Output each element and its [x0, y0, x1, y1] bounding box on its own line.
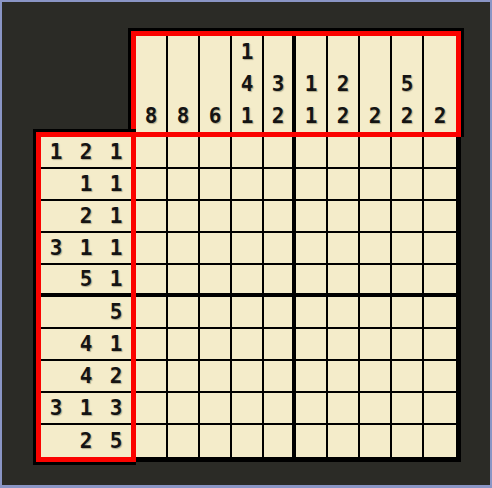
- grid-cell[interactable]: [136, 265, 168, 297]
- row-clue-9: 313: [41, 393, 131, 425]
- row-clue-1: 121: [41, 137, 131, 169]
- clue-number: 2: [272, 100, 285, 132]
- grid-cell[interactable]: [200, 425, 232, 457]
- grid-cell[interactable]: [200, 201, 232, 233]
- grid-cell[interactable]: [264, 137, 296, 169]
- grid-cell[interactable]: [296, 297, 328, 329]
- grid-cell[interactable]: [200, 361, 232, 393]
- grid-cell[interactable]: [360, 233, 392, 265]
- column-clues-panel: 8861413211222522: [128, 28, 464, 137]
- clue-number: 2: [71, 431, 101, 452]
- grid-cell[interactable]: [328, 393, 360, 425]
- column-clue-7: 22: [328, 36, 360, 132]
- grid-cell[interactable]: [424, 361, 456, 393]
- grid-cell[interactable]: [200, 137, 232, 169]
- clue-number: 1: [241, 36, 254, 68]
- grid-cell[interactable]: [264, 361, 296, 393]
- grid-cell[interactable]: [296, 265, 328, 297]
- grid-cell[interactable]: [136, 329, 168, 361]
- row-clues-panel: 1211121311515414231325: [33, 129, 136, 465]
- clue-number: 1: [71, 238, 101, 259]
- grid-cell[interactable]: [360, 393, 392, 425]
- grid-cell[interactable]: [424, 329, 456, 361]
- grid-cell[interactable]: [392, 233, 424, 265]
- grid-cell[interactable]: [392, 265, 424, 297]
- clue-number: 1: [41, 142, 71, 163]
- grid-cell[interactable]: [296, 361, 328, 393]
- grid-cell[interactable]: [200, 297, 232, 329]
- clue-number: 5: [101, 302, 131, 323]
- grid-cell[interactable]: [328, 361, 360, 393]
- grid-cell[interactable]: [168, 233, 200, 265]
- grid-cell[interactable]: [328, 329, 360, 361]
- grid-cell[interactable]: [136, 233, 168, 265]
- grid-cell[interactable]: [264, 169, 296, 201]
- grid-cell[interactable]: [424, 137, 456, 169]
- grid-cell[interactable]: [328, 297, 360, 329]
- grid-cell[interactable]: [424, 169, 456, 201]
- grid-cell[interactable]: [360, 265, 392, 297]
- grid-cell[interactable]: [360, 201, 392, 233]
- grid-cell[interactable]: [392, 297, 424, 329]
- clue-number: 1: [101, 206, 131, 227]
- clue-number: 5: [401, 68, 414, 100]
- grid-cell[interactable]: [232, 297, 264, 329]
- grid-cell[interactable]: [264, 393, 296, 425]
- grid-cell[interactable]: [136, 393, 168, 425]
- clue-number: 2: [101, 366, 131, 387]
- grid-cell[interactable]: [232, 201, 264, 233]
- grid-cell[interactable]: [136, 201, 168, 233]
- column-clue-4: 141: [232, 36, 264, 132]
- clue-number: 3: [272, 68, 285, 100]
- grid-cell[interactable]: [296, 329, 328, 361]
- grid-cell[interactable]: [296, 233, 328, 265]
- clue-number: 2: [401, 100, 414, 132]
- clue-number: 2: [434, 100, 447, 132]
- column-clues-frame: 8861413211222522: [131, 31, 461, 137]
- grid-cell[interactable]: [168, 297, 200, 329]
- grid-cell[interactable]: [392, 361, 424, 393]
- column-clue-10: 2: [424, 36, 456, 132]
- grid-cell[interactable]: [200, 265, 232, 297]
- clue-number: 3: [41, 238, 71, 259]
- grid-cell[interactable]: [328, 201, 360, 233]
- clue-number: 2: [71, 142, 101, 163]
- grid-cell[interactable]: [136, 137, 168, 169]
- puzzle-grid: [136, 137, 461, 462]
- clue-number: 1: [101, 174, 131, 195]
- grid-cell[interactable]: [392, 201, 424, 233]
- grid-cell[interactable]: [264, 425, 296, 457]
- grid-cell[interactable]: [136, 361, 168, 393]
- row-clue-6: 5: [41, 297, 131, 329]
- grid-cell[interactable]: [136, 425, 168, 457]
- grid-cell[interactable]: [424, 233, 456, 265]
- grid-cell[interactable]: [136, 297, 168, 329]
- grid-cell[interactable]: [232, 137, 264, 169]
- grid-cell[interactable]: [200, 169, 232, 201]
- grid-cell[interactable]: [424, 265, 456, 297]
- clue-number: 4: [71, 334, 101, 355]
- grid-cell[interactable]: [328, 169, 360, 201]
- grid-cell[interactable]: [200, 329, 232, 361]
- grid-cell[interactable]: [392, 425, 424, 457]
- grid-cell[interactable]: [232, 265, 264, 297]
- clue-number: 2: [369, 100, 382, 132]
- grid-cell[interactable]: [200, 393, 232, 425]
- grid-cell[interactable]: [168, 137, 200, 169]
- clue-number: 1: [101, 142, 131, 163]
- grid-cell[interactable]: [200, 233, 232, 265]
- clue-number: 1: [71, 398, 101, 419]
- grid-cell[interactable]: [360, 329, 392, 361]
- clue-number: 2: [71, 206, 101, 227]
- clue-number: 4: [241, 68, 254, 100]
- clue-number: 5: [71, 269, 101, 290]
- grid-cell[interactable]: [328, 425, 360, 457]
- grid-cell[interactable]: [168, 265, 200, 297]
- grid-cell[interactable]: [168, 201, 200, 233]
- clue-number: 6: [209, 100, 222, 132]
- clue-number: 5: [101, 431, 131, 452]
- grid-cell[interactable]: [424, 393, 456, 425]
- grid-cell[interactable]: [168, 425, 200, 457]
- grid-cell[interactable]: [360, 297, 392, 329]
- grid-cell[interactable]: [392, 137, 424, 169]
- clue-number: 3: [101, 398, 131, 419]
- grid-cell[interactable]: [264, 201, 296, 233]
- clue-number: 1: [101, 238, 131, 259]
- row-clue-4: 311: [41, 233, 131, 265]
- row-clue-7: 41: [41, 329, 131, 361]
- grid-cell[interactable]: [296, 137, 328, 169]
- grid-cell[interactable]: [360, 425, 392, 457]
- row-clue-2: 11: [41, 169, 131, 201]
- grid-cell[interactable]: [232, 329, 264, 361]
- row-clue-5: 51: [41, 265, 131, 297]
- grid-cell[interactable]: [392, 393, 424, 425]
- column-clue-9: 52: [392, 36, 424, 132]
- grid-cell[interactable]: [264, 233, 296, 265]
- grid-cell[interactable]: [392, 329, 424, 361]
- grid-cell[interactable]: [424, 201, 456, 233]
- row-clue-3: 21: [41, 201, 131, 233]
- grid-cell[interactable]: [264, 329, 296, 361]
- grid-cell[interactable]: [168, 329, 200, 361]
- column-clue-1: 8: [136, 36, 168, 132]
- grid-cell[interactable]: [232, 233, 264, 265]
- grid-cell[interactable]: [360, 361, 392, 393]
- grid-cell[interactable]: [232, 361, 264, 393]
- column-clue-6: 11: [296, 36, 328, 132]
- clue-number: 1: [101, 269, 131, 290]
- clue-number: 3: [41, 398, 71, 419]
- grid-cell[interactable]: [168, 393, 200, 425]
- column-clue-2: 8: [168, 36, 200, 132]
- grid-cell[interactable]: [392, 169, 424, 201]
- grid-cell[interactable]: [264, 265, 296, 297]
- nonogram-app: 8861413211222522 1211121311515414231325: [0, 0, 492, 488]
- grid-cell[interactable]: [360, 169, 392, 201]
- clue-number: 8: [145, 100, 158, 132]
- grid-cell[interactable]: [296, 201, 328, 233]
- clue-number: 1: [305, 100, 318, 132]
- grid-cell[interactable]: [232, 169, 264, 201]
- clue-number: 1: [71, 174, 101, 195]
- clue-number: 1: [305, 68, 318, 100]
- grid-cell[interactable]: [296, 425, 328, 457]
- grid-cell[interactable]: [424, 425, 456, 457]
- clue-number: 1: [241, 100, 254, 132]
- grid-cell[interactable]: [360, 137, 392, 169]
- clue-number: 4: [71, 366, 101, 387]
- column-clue-3: 6: [200, 36, 232, 132]
- grid-cell[interactable]: [328, 137, 360, 169]
- row-clue-8: 42: [41, 361, 131, 393]
- clue-number: 8: [177, 100, 190, 132]
- grid-cell[interactable]: [168, 361, 200, 393]
- clue-number: 1: [101, 334, 131, 355]
- column-clue-5: 32: [264, 36, 296, 132]
- grid-cell[interactable]: [136, 169, 168, 201]
- grid-cell[interactable]: [168, 169, 200, 201]
- grid-cell[interactable]: [328, 233, 360, 265]
- grid-cell[interactable]: [232, 393, 264, 425]
- clue-number: 2: [337, 68, 350, 100]
- column-clue-8: 2: [360, 36, 392, 132]
- row-clue-10: 25: [41, 425, 131, 457]
- clue-number: 2: [337, 100, 350, 132]
- grid-cell[interactable]: [296, 169, 328, 201]
- grid-cell[interactable]: [296, 393, 328, 425]
- grid-cell[interactable]: [424, 297, 456, 329]
- grid-cell[interactable]: [328, 265, 360, 297]
- grid-cell[interactable]: [264, 297, 296, 329]
- grid-cell[interactable]: [232, 425, 264, 457]
- row-clues-frame: 1211121311515414231325: [36, 132, 136, 462]
